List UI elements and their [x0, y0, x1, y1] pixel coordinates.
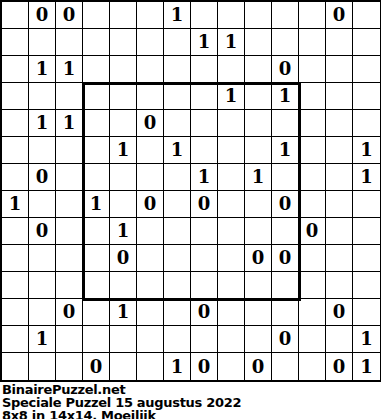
cell-r2-c7[interactable]	[191, 56, 218, 83]
cell-r13-c13[interactable]: 1	[353, 353, 380, 380]
cell-r13-c9[interactable]: 0	[245, 353, 272, 380]
cell-r4-c7[interactable]	[191, 110, 218, 137]
cell-r3-c10[interactable]: 1	[272, 83, 299, 110]
cell-r5-c0[interactable]	[2, 137, 29, 164]
cell-r9-c5[interactable]	[137, 245, 164, 272]
cell-r4-c9[interactable]	[245, 110, 272, 137]
cell-r6-c7[interactable]: 1	[191, 164, 218, 191]
cell-r2-c1[interactable]: 1	[29, 56, 56, 83]
cell-r9-c6[interactable]	[164, 245, 191, 272]
cell-r7-c13[interactable]	[353, 191, 380, 218]
cell-r5-c13[interactable]: 1	[353, 137, 380, 164]
cell-r0-c13[interactable]	[353, 2, 380, 29]
cell-r7-c3[interactable]: 1	[83, 191, 110, 218]
cell-r11-c6[interactable]	[164, 299, 191, 326]
cell-r9-c3[interactable]	[83, 245, 110, 272]
cell-r5-c11[interactable]	[299, 137, 326, 164]
cell-r0-c6[interactable]: 1	[164, 2, 191, 29]
cell-r1-c3[interactable]	[83, 29, 110, 56]
cell-r1-c0[interactable]	[2, 29, 29, 56]
cell-r7-c12[interactable]	[326, 191, 353, 218]
cell-r9-c8[interactable]	[218, 245, 245, 272]
puzzle-board: 0010111101111011110111110000100000100101…	[0, 0, 381, 382]
cell-r7-c2[interactable]	[56, 191, 83, 218]
cell-r13-c1[interactable]	[29, 353, 56, 380]
cell-r11-c12[interactable]: 0	[326, 299, 353, 326]
cell-r1-c7[interactable]: 1	[191, 29, 218, 56]
cell-r7-c5[interactable]: 0	[137, 191, 164, 218]
cell-r7-c6[interactable]	[164, 191, 191, 218]
cell-r6-c0[interactable]	[2, 164, 29, 191]
cell-r5-c3[interactable]	[83, 137, 110, 164]
cell-r13-c4[interactable]	[110, 353, 137, 380]
cell-r12-c6[interactable]	[164, 326, 191, 353]
cell-r11-c11[interactable]	[299, 299, 326, 326]
cell-r13-c3[interactable]: 0	[83, 353, 110, 380]
cell-r12-c3[interactable]	[83, 326, 110, 353]
cell-r11-c5[interactable]	[137, 299, 164, 326]
cell-r13-c12[interactable]: 0	[326, 353, 353, 380]
cell-r4-c8[interactable]	[218, 110, 245, 137]
cell-r2-c2[interactable]: 1	[56, 56, 83, 83]
cell-r10-c12[interactable]	[326, 272, 353, 299]
cell-r5-c7[interactable]	[191, 137, 218, 164]
cell-r4-c13[interactable]	[353, 110, 380, 137]
cell-r5-c6[interactable]: 1	[164, 137, 191, 164]
cell-r12-c12[interactable]	[326, 326, 353, 353]
cell-r4-c4[interactable]	[110, 110, 137, 137]
cell-r10-c13[interactable]	[353, 272, 380, 299]
cell-r3-c11[interactable]	[299, 83, 326, 110]
cell-r6-c13[interactable]: 1	[353, 164, 380, 191]
cell-r8-c12[interactable]	[326, 218, 353, 245]
cell-r6-c6[interactable]	[164, 164, 191, 191]
cell-r13-c11[interactable]	[299, 353, 326, 380]
cell-r0-c12[interactable]: 0	[326, 2, 353, 29]
cell-r6-c10[interactable]	[272, 164, 299, 191]
cell-r10-c8[interactable]	[218, 272, 245, 299]
cell-r1-c4[interactable]	[110, 29, 137, 56]
cell-r9-c7[interactable]	[191, 245, 218, 272]
cell-r7-c8[interactable]	[218, 191, 245, 218]
cell-r10-c11[interactable]	[299, 272, 326, 299]
cell-r2-c10[interactable]: 0	[272, 56, 299, 83]
cell-r1-c8[interactable]: 1	[218, 29, 245, 56]
cell-r11-c10[interactable]	[272, 299, 299, 326]
cell-r0-c7[interactable]	[191, 2, 218, 29]
cell-r11-c9[interactable]	[245, 299, 272, 326]
cell-r12-c11[interactable]	[299, 326, 326, 353]
cell-r10-c10[interactable]	[272, 272, 299, 299]
cell-r12-c10[interactable]: 0	[272, 326, 299, 353]
cell-r6-c5[interactable]	[137, 164, 164, 191]
cell-r6-c1[interactable]: 0	[29, 164, 56, 191]
cell-r3-c5[interactable]	[137, 83, 164, 110]
cell-r1-c2[interactable]	[56, 29, 83, 56]
cell-r3-c3[interactable]	[83, 83, 110, 110]
cell-r13-c7[interactable]: 0	[191, 353, 218, 380]
cell-r2-c9[interactable]	[245, 56, 272, 83]
cell-r4-c2[interactable]: 1	[56, 110, 83, 137]
cell-r5-c2[interactable]	[56, 137, 83, 164]
cell-r0-c2[interactable]: 0	[56, 2, 83, 29]
cell-r13-c10[interactable]	[272, 353, 299, 380]
cell-r13-c0[interactable]	[2, 353, 29, 380]
cell-r0-c8[interactable]	[218, 2, 245, 29]
cell-r9-c9[interactable]: 0	[245, 245, 272, 272]
cell-r10-c9[interactable]	[245, 272, 272, 299]
cell-r7-c1[interactable]	[29, 191, 56, 218]
cell-r2-c5[interactable]	[137, 56, 164, 83]
cell-r0-c9[interactable]	[245, 2, 272, 29]
cell-r8-c4[interactable]: 1	[110, 218, 137, 245]
cell-r1-c6[interactable]	[164, 29, 191, 56]
cell-r3-c2[interactable]	[56, 83, 83, 110]
cell-r4-c0[interactable]	[2, 110, 29, 137]
cell-r11-c8[interactable]	[218, 299, 245, 326]
cell-r9-c2[interactable]	[56, 245, 83, 272]
cell-r7-c11[interactable]	[299, 191, 326, 218]
cell-r3-c9[interactable]	[245, 83, 272, 110]
cell-r2-c4[interactable]	[110, 56, 137, 83]
cell-r5-c5[interactable]	[137, 137, 164, 164]
cell-r12-c5[interactable]	[137, 326, 164, 353]
cell-r6-c4[interactable]	[110, 164, 137, 191]
cell-r0-c11[interactable]	[299, 2, 326, 29]
cell-r1-c13[interactable]	[353, 29, 380, 56]
cell-r8-c2[interactable]	[56, 218, 83, 245]
cell-r11-c0[interactable]	[2, 299, 29, 326]
cell-r13-c6[interactable]: 1	[164, 353, 191, 380]
cell-r1-c9[interactable]	[245, 29, 272, 56]
cell-r2-c8[interactable]	[218, 56, 245, 83]
cell-r4-c12[interactable]	[326, 110, 353, 137]
cell-r8-c1[interactable]: 0	[29, 218, 56, 245]
cell-r3-c8[interactable]: 1	[218, 83, 245, 110]
cell-r1-c12[interactable]	[326, 29, 353, 56]
cell-r5-c8[interactable]	[218, 137, 245, 164]
cell-r3-c0[interactable]	[2, 83, 29, 110]
cell-r3-c13[interactable]	[353, 83, 380, 110]
cell-r3-c1[interactable]	[29, 83, 56, 110]
cell-r4-c6[interactable]	[164, 110, 191, 137]
cell-r8-c9[interactable]	[245, 218, 272, 245]
cell-r3-c4[interactable]	[110, 83, 137, 110]
cell-r7-c4[interactable]	[110, 191, 137, 218]
cell-r6-c2[interactable]	[56, 164, 83, 191]
cell-r2-c3[interactable]	[83, 56, 110, 83]
cell-r2-c13[interactable]	[353, 56, 380, 83]
cell-r8-c3[interactable]	[83, 218, 110, 245]
cell-r0-c4[interactable]	[110, 2, 137, 29]
cell-r12-c13[interactable]: 1	[353, 326, 380, 353]
cell-r10-c1[interactable]	[29, 272, 56, 299]
cell-r6-c11[interactable]	[299, 164, 326, 191]
cell-r4-c3[interactable]	[83, 110, 110, 137]
cell-r4-c5[interactable]: 0	[137, 110, 164, 137]
cell-r13-c8[interactable]	[218, 353, 245, 380]
cell-r5-c9[interactable]	[245, 137, 272, 164]
cell-r12-c9[interactable]	[245, 326, 272, 353]
cell-r1-c10[interactable]	[272, 29, 299, 56]
cell-r1-c11[interactable]	[299, 29, 326, 56]
cell-r10-c3[interactable]	[83, 272, 110, 299]
cell-r3-c7[interactable]	[191, 83, 218, 110]
cell-r3-c6[interactable]	[164, 83, 191, 110]
cell-r7-c0[interactable]: 1	[2, 191, 29, 218]
cell-r11-c1[interactable]	[29, 299, 56, 326]
cell-r0-c1[interactable]: 0	[29, 2, 56, 29]
cell-r12-c4[interactable]	[110, 326, 137, 353]
cell-r10-c2[interactable]	[56, 272, 83, 299]
cell-r13-c5[interactable]	[137, 353, 164, 380]
cell-r8-c5[interactable]	[137, 218, 164, 245]
cell-r6-c9[interactable]: 1	[245, 164, 272, 191]
cell-r8-c11[interactable]: 0	[299, 218, 326, 245]
cell-r9-c4[interactable]: 0	[110, 245, 137, 272]
cell-r12-c1[interactable]: 1	[29, 326, 56, 353]
cell-r8-c6[interactable]	[164, 218, 191, 245]
cell-r2-c12[interactable]	[326, 56, 353, 83]
cell-r8-c7[interactable]	[191, 218, 218, 245]
cell-r10-c4[interactable]	[110, 272, 137, 299]
cell-r8-c13[interactable]	[353, 218, 380, 245]
cell-r12-c0[interactable]	[2, 326, 29, 353]
cell-r7-c7[interactable]: 0	[191, 191, 218, 218]
cell-r0-c5[interactable]	[137, 2, 164, 29]
cell-r2-c11[interactable]	[299, 56, 326, 83]
cell-r2-c0[interactable]	[2, 56, 29, 83]
cell-r0-c3[interactable]	[83, 2, 110, 29]
cell-r9-c1[interactable]	[29, 245, 56, 272]
cell-r1-c5[interactable]	[137, 29, 164, 56]
cell-r5-c10[interactable]: 1	[272, 137, 299, 164]
cell-r4-c1[interactable]: 1	[29, 110, 56, 137]
cell-r9-c0[interactable]	[2, 245, 29, 272]
cell-r9-c11[interactable]	[299, 245, 326, 272]
cell-r5-c12[interactable]	[326, 137, 353, 164]
cell-r10-c7[interactable]	[191, 272, 218, 299]
cell-r6-c8[interactable]	[218, 164, 245, 191]
cell-r6-c12[interactable]	[326, 164, 353, 191]
cell-r12-c7[interactable]	[191, 326, 218, 353]
cell-r10-c0[interactable]	[2, 272, 29, 299]
cell-r12-c8[interactable]	[218, 326, 245, 353]
cell-r8-c0[interactable]	[2, 218, 29, 245]
cell-r2-c6[interactable]	[164, 56, 191, 83]
cell-r11-c7[interactable]: 0	[191, 299, 218, 326]
cell-r0-c10[interactable]	[272, 2, 299, 29]
cell-r1-c1[interactable]	[29, 29, 56, 56]
cell-r8-c10[interactable]	[272, 218, 299, 245]
cell-r12-c2[interactable]	[56, 326, 83, 353]
cell-r7-c10[interactable]: 0	[272, 191, 299, 218]
cell-r3-c12[interactable]	[326, 83, 353, 110]
footer: BinairePuzzel.net Speciale Puzzel 15 aug…	[0, 382, 381, 419]
cell-r9-c10[interactable]: 0	[272, 245, 299, 272]
cell-r10-c6[interactable]	[164, 272, 191, 299]
puzzle-page: 0010111101111011110111110000100000100101…	[0, 0, 381, 419]
cell-r11-c2[interactable]: 0	[56, 299, 83, 326]
cell-r9-c13[interactable]	[353, 245, 380, 272]
cell-r4-c11[interactable]	[299, 110, 326, 137]
cell-r0-c0[interactable]	[2, 2, 29, 29]
cell-r5-c1[interactable]	[29, 137, 56, 164]
cell-r11-c4[interactable]: 1	[110, 299, 137, 326]
cell-r13-c2[interactable]	[56, 353, 83, 380]
cell-r6-c3[interactable]	[83, 164, 110, 191]
cell-r11-c3[interactable]	[83, 299, 110, 326]
cell-r8-c8[interactable]	[218, 218, 245, 245]
cell-r7-c9[interactable]	[245, 191, 272, 218]
puzzle-spec: 8x8 in 14x14, Moeilijk	[2, 409, 381, 419]
cell-r10-c5[interactable]	[137, 272, 164, 299]
cell-r5-c4[interactable]: 1	[110, 137, 137, 164]
cell-r9-c12[interactable]	[326, 245, 353, 272]
cell-r4-c10[interactable]	[272, 110, 299, 137]
cell-r11-c13[interactable]	[353, 299, 380, 326]
